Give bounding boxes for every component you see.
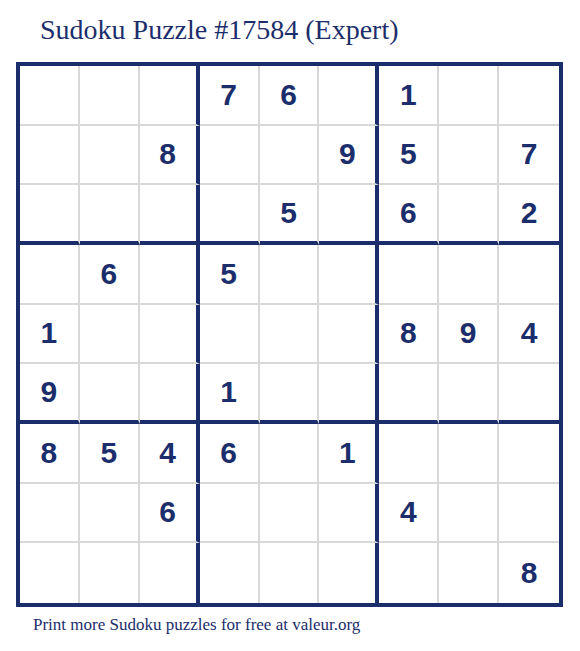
footer-text: Print more Sudoku puzzles for free at va… bbox=[33, 615, 360, 635]
cell-r4c5[interactable] bbox=[260, 245, 320, 305]
cell-r4c1[interactable] bbox=[20, 245, 80, 305]
cell-r6c3[interactable] bbox=[140, 364, 200, 424]
cell-r3c7[interactable]: 6 bbox=[379, 185, 439, 245]
cell-r7c5[interactable] bbox=[260, 424, 320, 484]
cell-r1c9[interactable] bbox=[499, 66, 559, 126]
cell-r1c8[interactable] bbox=[439, 66, 499, 126]
cell-r9c8[interactable] bbox=[439, 543, 499, 603]
cell-r7c3[interactable]: 4 bbox=[140, 424, 200, 484]
cell-r3c9[interactable]: 2 bbox=[499, 185, 559, 245]
cell-r5c5[interactable] bbox=[260, 305, 320, 365]
cell-r2c6[interactable]: 9 bbox=[319, 126, 379, 186]
cell-r7c4[interactable]: 6 bbox=[200, 424, 260, 484]
cell-r1c4[interactable]: 7 bbox=[200, 66, 260, 126]
cell-r7c9[interactable] bbox=[499, 424, 559, 484]
cell-r9c1[interactable] bbox=[20, 543, 80, 603]
cell-r9c7[interactable] bbox=[379, 543, 439, 603]
cell-r8c7[interactable]: 4 bbox=[379, 484, 439, 544]
cell-r3c4[interactable] bbox=[200, 185, 260, 245]
cell-r4c4[interactable]: 5 bbox=[200, 245, 260, 305]
cell-r9c5[interactable] bbox=[260, 543, 320, 603]
cell-r9c6[interactable] bbox=[319, 543, 379, 603]
cell-r2c2[interactable] bbox=[80, 126, 140, 186]
cell-r9c4[interactable] bbox=[200, 543, 260, 603]
cell-r6c7[interactable] bbox=[379, 364, 439, 424]
cell-r5c9[interactable]: 4 bbox=[499, 305, 559, 365]
cell-r2c8[interactable] bbox=[439, 126, 499, 186]
cell-r1c7[interactable]: 1 bbox=[379, 66, 439, 126]
cell-r3c1[interactable] bbox=[20, 185, 80, 245]
cell-r4c6[interactable] bbox=[319, 245, 379, 305]
cell-r6c5[interactable] bbox=[260, 364, 320, 424]
cell-r6c8[interactable] bbox=[439, 364, 499, 424]
cell-r6c4[interactable]: 1 bbox=[200, 364, 260, 424]
cell-r2c4[interactable] bbox=[200, 126, 260, 186]
cell-r7c1[interactable]: 8 bbox=[20, 424, 80, 484]
cell-r5c7[interactable]: 8 bbox=[379, 305, 439, 365]
cell-r8c4[interactable] bbox=[200, 484, 260, 544]
cell-r6c6[interactable] bbox=[319, 364, 379, 424]
cell-r8c2[interactable] bbox=[80, 484, 140, 544]
cell-r8c5[interactable] bbox=[260, 484, 320, 544]
cell-r8c8[interactable] bbox=[439, 484, 499, 544]
sudoku-board: 76189575626518949185461648 bbox=[16, 62, 563, 607]
cell-r3c5[interactable]: 5 bbox=[260, 185, 320, 245]
cell-r6c9[interactable] bbox=[499, 364, 559, 424]
cell-r3c6[interactable] bbox=[319, 185, 379, 245]
cell-r4c3[interactable] bbox=[140, 245, 200, 305]
cell-r8c6[interactable] bbox=[319, 484, 379, 544]
cell-r5c4[interactable] bbox=[200, 305, 260, 365]
cell-r5c8[interactable]: 9 bbox=[439, 305, 499, 365]
cell-r7c2[interactable]: 5 bbox=[80, 424, 140, 484]
cell-r6c2[interactable] bbox=[80, 364, 140, 424]
cell-r1c3[interactable] bbox=[140, 66, 200, 126]
cell-r5c3[interactable] bbox=[140, 305, 200, 365]
cell-r9c3[interactable] bbox=[140, 543, 200, 603]
cell-r2c5[interactable] bbox=[260, 126, 320, 186]
cell-r2c7[interactable]: 5 bbox=[379, 126, 439, 186]
cell-r1c6[interactable] bbox=[319, 66, 379, 126]
cell-r3c3[interactable] bbox=[140, 185, 200, 245]
cell-r2c1[interactable] bbox=[20, 126, 80, 186]
cell-r8c1[interactable] bbox=[20, 484, 80, 544]
cell-r9c2[interactable] bbox=[80, 543, 140, 603]
sudoku-page: Sudoku Puzzle #17584 (Expert) 7618957562… bbox=[0, 0, 580, 651]
cell-r3c8[interactable] bbox=[439, 185, 499, 245]
cell-r4c9[interactable] bbox=[499, 245, 559, 305]
cell-r7c6[interactable]: 1 bbox=[319, 424, 379, 484]
cell-r1c5[interactable]: 6 bbox=[260, 66, 320, 126]
cell-r5c6[interactable] bbox=[319, 305, 379, 365]
cell-r2c9[interactable]: 7 bbox=[499, 126, 559, 186]
cell-r2c3[interactable]: 8 bbox=[140, 126, 200, 186]
cell-r8c3[interactable]: 6 bbox=[140, 484, 200, 544]
cell-r4c2[interactable]: 6 bbox=[80, 245, 140, 305]
cell-r1c2[interactable] bbox=[80, 66, 140, 126]
cell-r3c2[interactable] bbox=[80, 185, 140, 245]
cell-r4c7[interactable] bbox=[379, 245, 439, 305]
cell-r6c1[interactable]: 9 bbox=[20, 364, 80, 424]
cell-r7c8[interactable] bbox=[439, 424, 499, 484]
cell-r1c1[interactable] bbox=[20, 66, 80, 126]
cell-r5c1[interactable]: 1 bbox=[20, 305, 80, 365]
cell-r7c7[interactable] bbox=[379, 424, 439, 484]
cell-r5c2[interactable] bbox=[80, 305, 140, 365]
page-title: Sudoku Puzzle #17584 (Expert) bbox=[40, 14, 399, 46]
cell-r8c9[interactable] bbox=[499, 484, 559, 544]
cell-r9c9[interactable]: 8 bbox=[499, 543, 559, 603]
cell-r4c8[interactable] bbox=[439, 245, 499, 305]
